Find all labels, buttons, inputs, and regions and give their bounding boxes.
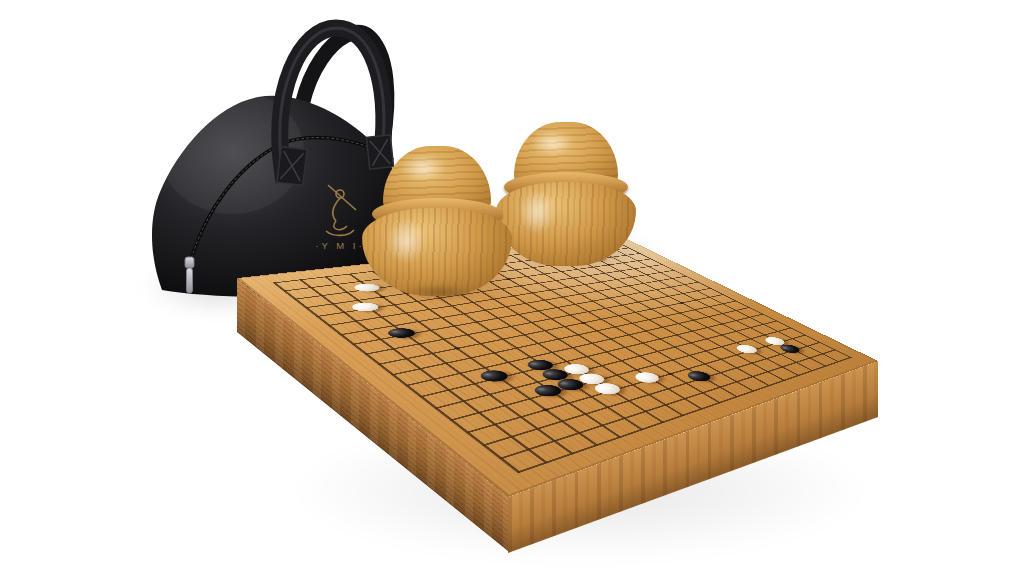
bag-zipper-pull bbox=[185, 257, 194, 293]
bowl-gloss-highlight bbox=[518, 190, 556, 234]
product-photo-stage: ·Y M I· bbox=[0, 0, 1024, 576]
stone-bowl-right bbox=[496, 120, 636, 266]
bowl-body bbox=[362, 208, 512, 296]
bowl-lid-gloss bbox=[530, 130, 574, 156]
bag-strap-tab-left bbox=[277, 147, 307, 186]
stone-bowl-left bbox=[362, 144, 512, 296]
bowl-gloss-highlight bbox=[386, 218, 426, 264]
bowl-base-shadow bbox=[402, 286, 478, 298]
bowl-lid-gloss bbox=[400, 154, 446, 182]
bag-logo-text: ·Y M I· bbox=[315, 240, 364, 251]
bowl-body bbox=[496, 182, 636, 266]
